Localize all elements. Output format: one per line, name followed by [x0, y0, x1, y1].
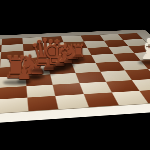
board-square	[27, 96, 59, 111]
board-square	[0, 98, 28, 113]
chess-set-photo: ♜♞♟♟♛♟♚♟♝♟♞♜♝	[0, 0, 150, 150]
chess-board	[0, 29, 150, 126]
marble-board-rim	[0, 29, 150, 126]
board-squares	[0, 33, 150, 115]
